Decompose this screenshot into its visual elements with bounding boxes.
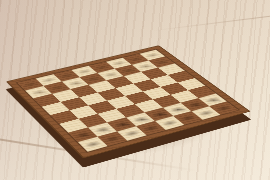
board-squares: ♜♞♝♛♚♝♞♜♟♟♟♟♟♟♟♟♟♟♟♟♟♟♟♟♜♞♝♛♚♝♞♜ — [17, 50, 238, 152]
scene: ♜♞♝♛♚♝♞♜♟♟♟♟♟♟♟♟♟♟♟♟♟♟♟♟♜♞♝♛♚♝♞♜ — [0, 0, 270, 180]
chess-photo: ♜♞♝♛♚♝♞♜♟♟♟♟♟♟♟♟♟♟♟♟♟♟♟♟♜♞♝♛♚♝♞♜ — [0, 0, 270, 180]
chessboard: ♜♞♝♛♚♝♞♜♟♟♟♟♟♟♟♟♟♟♟♟♟♟♟♟♜♞♝♛♚♝♞♜ — [6, 45, 251, 158]
rook-glyph: ♜ — [75, 95, 110, 148]
pawn-glyph: ♟ — [26, 58, 51, 96]
